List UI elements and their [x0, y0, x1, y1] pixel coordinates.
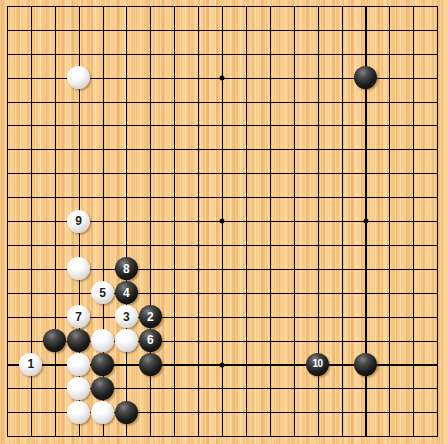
stone-black-Q16 — [354, 66, 377, 89]
move-number-label: 7 — [75, 311, 82, 323]
stone-white-D10: 9 — [67, 210, 90, 233]
stone-white-E5 — [91, 329, 114, 352]
stone-black-F2 — [115, 401, 138, 424]
stone-white-F6: 3 — [115, 305, 138, 328]
stone-black-F8: 8 — [115, 257, 138, 280]
move-number-label: 4 — [123, 287, 130, 299]
stone-layer: 98547326110 — [0, 0, 448, 444]
stone-white-D3 — [67, 377, 90, 400]
stone-black-E3 — [91, 377, 114, 400]
stone-white-D2 — [67, 401, 90, 424]
stone-black-F7: 4 — [115, 281, 138, 304]
stone-white-B4: 1 — [19, 353, 42, 376]
stone-white-D8 — [67, 257, 90, 280]
stone-black-D5 — [67, 329, 90, 352]
go-board-diagram: 98547326110 — [0, 0, 448, 444]
stone-white-E7: 5 — [91, 281, 114, 304]
stone-black-E4 — [91, 353, 114, 376]
move-number-label: 6 — [147, 334, 154, 346]
stone-black-Q4 — [354, 353, 377, 376]
move-number-label: 3 — [123, 311, 130, 323]
stone-black-O4: 10 — [306, 353, 329, 376]
stone-white-D4 — [67, 353, 90, 376]
move-number-label: 5 — [99, 287, 106, 299]
stone-black-G4 — [139, 353, 162, 376]
move-number-label: 1 — [28, 358, 35, 370]
stone-white-F5 — [115, 329, 138, 352]
stone-black-G6: 2 — [139, 305, 162, 328]
move-number-label: 2 — [147, 311, 154, 323]
stone-black-C5 — [43, 329, 66, 352]
move-number-label: 8 — [123, 263, 130, 275]
stone-white-E2 — [91, 401, 114, 424]
stone-black-G5: 6 — [139, 329, 162, 352]
go-board[interactable]: 98547326110 — [0, 0, 448, 444]
stone-white-D16 — [67, 66, 90, 89]
move-number-label: 9 — [75, 215, 82, 227]
stone-white-D6: 7 — [67, 305, 90, 328]
move-number-label: 10 — [313, 359, 323, 369]
